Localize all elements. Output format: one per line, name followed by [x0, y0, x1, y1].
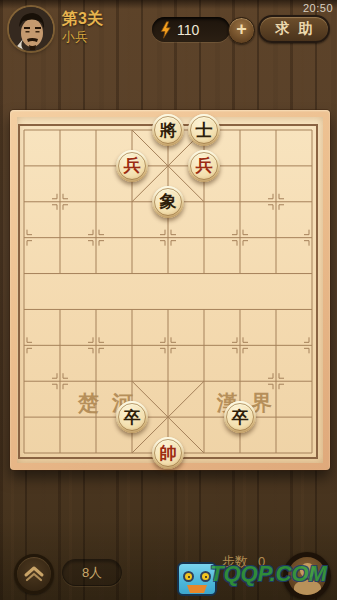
site-watermark: TQQP.COM: [210, 561, 327, 587]
piece-glyph: 兵: [124, 157, 141, 174]
piece-red-兵[interactable]: 兵: [116, 150, 148, 182]
piece-black-卒[interactable]: 卒: [224, 401, 256, 433]
piece-glyph: 兵: [196, 157, 213, 174]
player-avatar[interactable]: [9, 7, 53, 51]
piece-glyph: 帥: [160, 445, 177, 462]
piece-black-將[interactable]: 將: [152, 114, 184, 146]
cassette-mouth: [187, 585, 207, 593]
piece-red-兵[interactable]: 兵: [188, 150, 220, 182]
piece-glyph: 士: [196, 122, 213, 139]
piece-glyph: 卒: [232, 409, 249, 426]
cassette-reel-left: [183, 571, 194, 582]
piece-glyph: 象: [160, 193, 177, 210]
piece-glyph: 將: [160, 122, 177, 139]
help-button[interactable]: 求助: [258, 15, 330, 43]
piece-glyph: 卒: [124, 409, 141, 426]
status-clock: 20:50: [303, 2, 333, 14]
piece-red-帥[interactable]: 帥: [152, 437, 184, 469]
piece-black-象[interactable]: 象: [152, 186, 184, 218]
level-title: 第3关: [62, 10, 103, 28]
energy-value: 110: [177, 22, 199, 38]
xiangqi-board[interactable]: 楚河 漢界 將士兵兵象卒卒帥: [10, 110, 330, 470]
player-count-badge: 8人: [62, 559, 122, 586]
chevron-up-icon: [23, 565, 45, 583]
level-subtitle: 小兵: [62, 30, 103, 45]
piece-black-卒[interactable]: 卒: [116, 401, 148, 433]
lightning-icon: [158, 21, 172, 39]
avatar-portrait-icon: [9, 7, 53, 51]
expand-button[interactable]: [14, 554, 54, 594]
level-block: 第3关 小兵: [62, 10, 103, 45]
piece-black-士[interactable]: 士: [188, 114, 220, 146]
game-screen: 20:50 第3关 小兵 110 + 求助 楚河 漢界 將士兵兵象卒卒: [0, 0, 337, 600]
add-energy-button[interactable]: +: [228, 17, 255, 44]
energy-counter: 110: [152, 17, 230, 42]
